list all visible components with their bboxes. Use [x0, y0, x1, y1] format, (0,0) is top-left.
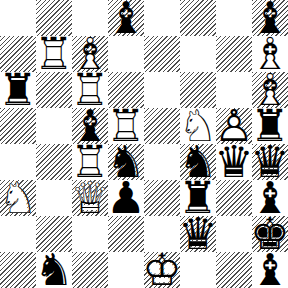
- square-e3[interactable]: [144, 180, 180, 216]
- square-d1[interactable]: [108, 252, 144, 288]
- piece-glyph: ♖: [72, 72, 108, 108]
- square-f4[interactable]: ♞♞: [180, 144, 216, 180]
- square-e1[interactable]: ♚♔: [144, 252, 180, 288]
- piece-white-rook[interactable]: ♜♖: [72, 72, 108, 108]
- piece-black-bishop[interactable]: ♝♝: [252, 180, 288, 216]
- piece-white-bishop[interactable]: ♝♗: [252, 72, 288, 108]
- square-a8[interactable]: [0, 0, 36, 36]
- square-h5[interactable]: ♜♜: [252, 108, 288, 144]
- piece-white-queen[interactable]: ♛♕: [72, 180, 108, 216]
- square-g8[interactable]: [216, 0, 252, 36]
- square-f1[interactable]: [180, 252, 216, 288]
- square-g3[interactable]: [216, 180, 252, 216]
- piece-black-queen[interactable]: ♛♛: [252, 144, 288, 180]
- square-d8[interactable]: ♝♝: [108, 0, 144, 36]
- piece-black-rook[interactable]: ♜♜: [252, 108, 288, 144]
- square-e6[interactable]: [144, 72, 180, 108]
- square-g7[interactable]: [216, 36, 252, 72]
- piece-glyph: ♛: [252, 144, 288, 180]
- square-a2[interactable]: [0, 216, 36, 252]
- square-b4[interactable]: [36, 144, 72, 180]
- piece-white-rook[interactable]: ♜♖: [108, 108, 144, 144]
- chess-board: ♝♝♝♝♜♖♝♗♝♗♜♜♜♖♝♗♝♝♜♖♞♘♟♙♜♜♜♖♞♞♞♞♛♛♛♛♞♘♛♕…: [0, 0, 288, 288]
- square-d4[interactable]: ♞♞: [108, 144, 144, 180]
- square-h2[interactable]: ♚♚: [252, 216, 288, 252]
- square-d7[interactable]: [108, 36, 144, 72]
- square-c7[interactable]: ♝♗: [72, 36, 108, 72]
- piece-glyph: ♖: [36, 36, 72, 72]
- piece-black-bishop[interactable]: ♝♝: [72, 108, 108, 144]
- square-h1[interactable]: ♝♝: [252, 252, 288, 288]
- square-c8[interactable]: [72, 0, 108, 36]
- piece-glyph: ♜: [252, 108, 288, 144]
- square-f2[interactable]: ♛♛: [180, 216, 216, 252]
- piece-white-king[interactable]: ♚♔: [144, 252, 180, 288]
- piece-glyph: ♞: [180, 144, 216, 180]
- square-b2[interactable]: [36, 216, 72, 252]
- square-b6[interactable]: [36, 72, 72, 108]
- piece-glyph: ♖: [72, 144, 108, 180]
- square-b7[interactable]: ♜♖: [36, 36, 72, 72]
- piece-glyph: ♟: [108, 180, 144, 216]
- square-e5[interactable]: [144, 108, 180, 144]
- piece-glyph: ♜: [180, 180, 216, 216]
- square-a1[interactable]: [0, 252, 36, 288]
- piece-black-rook[interactable]: ♜♜: [180, 180, 216, 216]
- square-g5[interactable]: ♟♙: [216, 108, 252, 144]
- square-h4[interactable]: ♛♛: [252, 144, 288, 180]
- square-d5[interactable]: ♜♖: [108, 108, 144, 144]
- square-a7[interactable]: [0, 36, 36, 72]
- piece-glyph: ♕: [72, 180, 108, 216]
- square-c2[interactable]: [72, 216, 108, 252]
- square-h7[interactable]: ♝♗: [252, 36, 288, 72]
- square-b1[interactable]: ♞♞: [36, 252, 72, 288]
- piece-black-queen[interactable]: ♛♛: [180, 216, 216, 252]
- square-d2[interactable]: [108, 216, 144, 252]
- piece-glyph: ♗: [252, 36, 288, 72]
- piece-glyph: ♝: [252, 252, 288, 288]
- square-c5[interactable]: ♝♝: [72, 108, 108, 144]
- square-a6[interactable]: ♜♜: [0, 72, 36, 108]
- square-f3[interactable]: ♜♜: [180, 180, 216, 216]
- square-e4[interactable]: [144, 144, 180, 180]
- square-h6[interactable]: ♝♗: [252, 72, 288, 108]
- square-f7[interactable]: [180, 36, 216, 72]
- square-c1[interactable]: [72, 252, 108, 288]
- square-h8[interactable]: ♝♝: [252, 0, 288, 36]
- piece-glyph: ♞: [108, 144, 144, 180]
- piece-glyph: ♞: [36, 252, 72, 288]
- piece-white-knight[interactable]: ♞♘: [0, 180, 36, 216]
- square-a5[interactable]: [0, 108, 36, 144]
- piece-black-pawn[interactable]: ♟♟: [108, 180, 144, 216]
- piece-black-knight[interactable]: ♞♞: [36, 252, 72, 288]
- square-b8[interactable]: [36, 0, 72, 36]
- piece-glyph: ♘: [0, 180, 36, 216]
- square-f6[interactable]: [180, 72, 216, 108]
- square-a4[interactable]: [0, 144, 36, 180]
- square-a3[interactable]: ♞♘: [0, 180, 36, 216]
- piece-white-rook[interactable]: ♜♖: [36, 36, 72, 72]
- square-c4[interactable]: ♜♖: [72, 144, 108, 180]
- piece-white-bishop[interactable]: ♝♗: [252, 36, 288, 72]
- piece-white-bishop[interactable]: ♝♗: [72, 36, 108, 72]
- square-c6[interactable]: ♜♖: [72, 72, 108, 108]
- square-g2[interactable]: [216, 216, 252, 252]
- piece-white-rook[interactable]: ♜♖: [72, 144, 108, 180]
- square-f8[interactable]: [180, 0, 216, 36]
- square-e8[interactable]: [144, 0, 180, 36]
- square-d6[interactable]: [108, 72, 144, 108]
- piece-black-queen[interactable]: ♛♛: [216, 144, 252, 180]
- piece-black-king[interactable]: ♚♚: [252, 216, 288, 252]
- square-b5[interactable]: [36, 108, 72, 144]
- piece-glyph: ♜: [0, 72, 36, 108]
- piece-black-bishop[interactable]: ♝♝: [108, 0, 144, 36]
- piece-glyph: ♙: [216, 108, 252, 144]
- square-g4[interactable]: ♛♛: [216, 144, 252, 180]
- piece-white-knight[interactable]: ♞♘: [180, 108, 216, 144]
- piece-glyph: ♝: [72, 108, 108, 144]
- piece-glyph: ♘: [180, 108, 216, 144]
- piece-black-knight[interactable]: ♞♞: [180, 144, 216, 180]
- piece-glyph: ♗: [252, 72, 288, 108]
- piece-glyph: ♚: [252, 216, 288, 252]
- square-h3[interactable]: ♝♝: [252, 180, 288, 216]
- piece-black-bishop[interactable]: ♝♝: [252, 0, 288, 36]
- piece-glyph: ♖: [108, 108, 144, 144]
- square-g1[interactable]: [216, 252, 252, 288]
- piece-glyph: ♗: [72, 36, 108, 72]
- square-g6[interactable]: [216, 72, 252, 108]
- square-c3[interactable]: ♛♕: [72, 180, 108, 216]
- square-d3[interactable]: ♟♟: [108, 180, 144, 216]
- square-e2[interactable]: [144, 216, 180, 252]
- piece-black-rook[interactable]: ♜♜: [0, 72, 36, 108]
- piece-glyph: ♝: [108, 0, 144, 36]
- piece-glyph: ♔: [144, 252, 180, 288]
- piece-glyph: ♝: [252, 0, 288, 36]
- piece-glyph: ♛: [216, 144, 252, 180]
- piece-glyph: ♝: [252, 180, 288, 216]
- piece-glyph: ♛: [180, 216, 216, 252]
- piece-black-knight[interactable]: ♞♞: [108, 144, 144, 180]
- square-b3[interactable]: [36, 180, 72, 216]
- square-e7[interactable]: [144, 36, 180, 72]
- piece-black-bishop[interactable]: ♝♝: [252, 252, 288, 288]
- piece-white-pawn[interactable]: ♟♙: [216, 108, 252, 144]
- square-f5[interactable]: ♞♘: [180, 108, 216, 144]
